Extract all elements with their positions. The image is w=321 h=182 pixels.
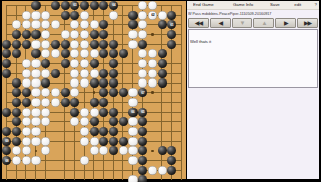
stone-white[interactable] bbox=[31, 98, 40, 107]
stone-white[interactable] bbox=[128, 156, 137, 165]
nav-back-button[interactable]: ◀ bbox=[210, 18, 231, 28]
stone-black[interactable] bbox=[99, 78, 108, 87]
stone-black[interactable] bbox=[31, 1, 40, 10]
side-panel: End Game Game Info Save edit ? W Pass md… bbox=[187, 1, 319, 179]
stone-white[interactable] bbox=[148, 78, 157, 87]
stone-white[interactable] bbox=[22, 78, 31, 87]
stone-white[interactable] bbox=[31, 40, 40, 49]
star-point bbox=[151, 91, 154, 94]
stone-white[interactable] bbox=[80, 137, 89, 146]
stone-white[interactable] bbox=[61, 30, 70, 39]
move-number-label: 68 bbox=[5, 159, 8, 162]
stone-white[interactable] bbox=[128, 117, 137, 126]
stone-black[interactable] bbox=[109, 108, 118, 117]
stone-black[interactable] bbox=[158, 78, 167, 87]
stone-black[interactable] bbox=[158, 59, 167, 68]
stone-white[interactable] bbox=[80, 40, 89, 49]
stone-white[interactable] bbox=[109, 11, 118, 20]
move-number-label: 61 bbox=[170, 23, 173, 26]
stone-white[interactable] bbox=[31, 127, 40, 136]
stone-black[interactable] bbox=[61, 11, 70, 20]
stone-black[interactable] bbox=[90, 30, 99, 39]
stone-white[interactable] bbox=[128, 98, 137, 107]
stone-white[interactable] bbox=[148, 1, 157, 10]
stone-black[interactable] bbox=[90, 40, 99, 49]
stone-white[interactable] bbox=[31, 108, 40, 117]
stone-black[interactable] bbox=[31, 30, 40, 39]
status-line: W Pass mdobbins-PeacePiper-1110509-20160… bbox=[187, 10, 319, 17]
stone-white[interactable] bbox=[31, 59, 40, 68]
stone-white[interactable] bbox=[22, 69, 31, 78]
stone-white[interactable] bbox=[41, 40, 50, 49]
stone-black[interactable] bbox=[158, 69, 167, 78]
stone-white[interactable] bbox=[158, 11, 167, 20]
stone-black[interactable] bbox=[90, 78, 99, 87]
stone-black[interactable]: 66 bbox=[128, 108, 137, 117]
stone-white[interactable] bbox=[22, 108, 31, 117]
stone-black[interactable] bbox=[128, 11, 137, 20]
stone-black[interactable] bbox=[12, 40, 21, 49]
stone-black[interactable] bbox=[138, 175, 147, 182]
stone-black[interactable] bbox=[61, 1, 70, 10]
star-point bbox=[151, 33, 154, 36]
stone-white[interactable] bbox=[31, 156, 40, 165]
stone-white[interactable] bbox=[90, 69, 99, 78]
stone-white[interactable] bbox=[90, 108, 99, 117]
move-number-label: 63 bbox=[73, 4, 76, 7]
comment-box[interactable]: Well thats it bbox=[188, 29, 318, 88]
stone-black[interactable] bbox=[119, 137, 128, 146]
stone-white[interactable] bbox=[70, 78, 79, 87]
star-point bbox=[35, 150, 38, 153]
go-board[interactable]: 636462616766656968 bbox=[2, 1, 186, 179]
stone-white[interactable] bbox=[158, 166, 167, 175]
stone-black[interactable] bbox=[12, 78, 21, 87]
stone-white[interactable] bbox=[31, 11, 40, 20]
menu-game-info[interactable]: Game Info bbox=[233, 3, 253, 7]
nav-forward-button[interactable]: ▶ bbox=[275, 18, 296, 28]
move-number-label: 62 bbox=[151, 13, 154, 16]
stone-black[interactable] bbox=[61, 40, 70, 49]
star-point bbox=[93, 91, 96, 94]
stone-white[interactable] bbox=[80, 108, 89, 117]
stone-white[interactable] bbox=[31, 88, 40, 97]
nav-var-down-button[interactable]: ▼ bbox=[232, 18, 253, 28]
stone-white[interactable] bbox=[31, 117, 40, 126]
menu-end-game[interactable]: End Game bbox=[193, 3, 214, 7]
stone-black[interactable] bbox=[51, 69, 60, 78]
stone-white[interactable] bbox=[41, 11, 50, 20]
move-number-label: 69 bbox=[5, 139, 8, 142]
stone-black[interactable] bbox=[90, 59, 99, 68]
stone-black[interactable] bbox=[138, 137, 147, 146]
stone-black[interactable] bbox=[22, 30, 31, 39]
comment-text: Well thats it bbox=[190, 40, 211, 44]
stone-white[interactable] bbox=[128, 146, 137, 155]
menu-save[interactable]: Save bbox=[270, 3, 280, 7]
stone-white[interactable] bbox=[138, 78, 147, 87]
move-number-label: 67 bbox=[141, 91, 144, 94]
stone-black[interactable] bbox=[109, 40, 118, 49]
stone-black[interactable] bbox=[41, 78, 50, 87]
stone-white[interactable] bbox=[128, 175, 137, 182]
stone-white[interactable] bbox=[22, 156, 31, 165]
stone-black[interactable] bbox=[31, 49, 40, 58]
stone-black[interactable] bbox=[22, 98, 31, 107]
star-point bbox=[151, 150, 154, 153]
stone-black[interactable] bbox=[80, 1, 89, 10]
stone-white[interactable] bbox=[90, 137, 99, 146]
stone-black[interactable] bbox=[12, 137, 21, 146]
stone-white[interactable] bbox=[22, 59, 31, 68]
move-number-label: 64 bbox=[112, 4, 115, 7]
stone-white[interactable] bbox=[22, 127, 31, 136]
stone-white[interactable]: 62 bbox=[148, 11, 157, 20]
stone-white[interactable] bbox=[128, 88, 137, 97]
stone-white[interactable] bbox=[31, 20, 40, 29]
menu-help[interactable]: ? bbox=[314, 3, 316, 7]
menu-edit[interactable]: edit bbox=[294, 3, 301, 7]
stone-white[interactable] bbox=[51, 98, 60, 107]
stone-white[interactable] bbox=[128, 30, 137, 39]
stone-black[interactable] bbox=[90, 127, 99, 136]
stone-black[interactable] bbox=[109, 137, 118, 146]
stone-black[interactable] bbox=[22, 40, 31, 49]
menu-bar: End Game Game Info Save edit ? bbox=[187, 1, 319, 10]
stone-white[interactable] bbox=[41, 137, 50, 146]
stone-white[interactable] bbox=[80, 78, 89, 87]
stone-black[interactable] bbox=[61, 88, 70, 97]
nav-button-row: ◀◀◀▼▲▶▶▶ bbox=[187, 17, 319, 28]
stone-black[interactable] bbox=[90, 1, 99, 10]
stone-white[interactable] bbox=[128, 127, 137, 136]
stone-black[interactable] bbox=[70, 108, 79, 117]
move-number-label: 66 bbox=[131, 110, 134, 113]
stone-black[interactable] bbox=[109, 78, 118, 87]
stone-black[interactable] bbox=[51, 40, 60, 49]
stone-white[interactable] bbox=[31, 69, 40, 78]
stone-white[interactable] bbox=[31, 78, 40, 87]
nav-last-button[interactable]: ▶▶ bbox=[297, 18, 318, 28]
stone-black[interactable] bbox=[51, 1, 60, 10]
stone-black[interactable] bbox=[70, 11, 79, 20]
stone-white[interactable] bbox=[41, 108, 50, 117]
stone-white[interactable] bbox=[80, 69, 89, 78]
stone-black[interactable] bbox=[167, 11, 176, 20]
stone-black[interactable] bbox=[128, 20, 137, 29]
stone-black[interactable] bbox=[12, 108, 21, 117]
stone-black[interactable] bbox=[109, 69, 118, 78]
stone-white[interactable] bbox=[128, 40, 137, 49]
status-text: W Pass mdobbins-PeacePiper-1110509-20160… bbox=[188, 12, 271, 16]
stone-white[interactable] bbox=[148, 69, 157, 78]
stone-black[interactable] bbox=[61, 59, 70, 68]
move-number-label: 65 bbox=[141, 110, 144, 113]
stone-white[interactable] bbox=[31, 137, 40, 146]
nav-first-button[interactable]: ◀◀ bbox=[188, 18, 209, 28]
stone-black[interactable] bbox=[61, 98, 70, 107]
stone-white[interactable] bbox=[80, 11, 89, 20]
stone-black[interactable] bbox=[138, 40, 147, 49]
stone-black[interactable] bbox=[158, 20, 167, 29]
nav-var-up-button[interactable]: ▲ bbox=[253, 18, 274, 28]
stone-white[interactable] bbox=[128, 137, 137, 146]
stone-black[interactable] bbox=[90, 98, 99, 107]
stone-white[interactable] bbox=[22, 11, 31, 20]
stone-white[interactable] bbox=[22, 137, 31, 146]
stone-black[interactable]: 65 bbox=[138, 108, 147, 117]
stone-white[interactable] bbox=[148, 166, 157, 175]
stone-white[interactable] bbox=[138, 11, 147, 20]
